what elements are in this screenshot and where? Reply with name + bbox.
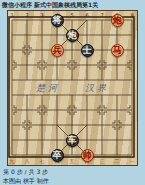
- column-label-bottom: 三: [97, 158, 107, 164]
- piece-black-cannon[interactable]: 炮: [66, 29, 79, 42]
- piece-red-horse[interactable]: 马: [111, 44, 124, 57]
- column-label-bottom: 一: [127, 158, 137, 164]
- piece-red-general[interactable]: 帅: [81, 149, 94, 162]
- piece-black-general[interactable]: 将: [51, 14, 64, 27]
- move-counter: 第 0 步 / 共 3 步: [3, 168, 48, 175]
- xiangqi-board[interactable]: 楚河 汉界 123456789 九八七六五四三二一 将炮炮兵士马车卒帅: [7, 10, 138, 166]
- piece-red-cannon[interactable]: 炮: [111, 14, 124, 27]
- column-label-top: 2: [22, 12, 32, 18]
- column-label-top: 1: [7, 12, 17, 18]
- piece-red-soldier[interactable]: 兵: [51, 44, 64, 57]
- column-label-bottom: 二: [112, 158, 122, 164]
- column-label-bottom: 八: [22, 158, 32, 164]
- river-text-left: 楚河: [36, 83, 60, 93]
- column-label-top: 6: [82, 12, 92, 18]
- piece-black-advisor[interactable]: 士: [81, 44, 94, 57]
- column-label-top: 3: [37, 12, 47, 18]
- river-text-right: 汉界: [85, 83, 109, 93]
- column-label-bottom: 五: [67, 158, 77, 164]
- column-label-top: 5: [67, 12, 77, 18]
- page-title: 微信小程序 新式中国象棋残局第1关: [2, 1, 98, 8]
- piece-black-soldier[interactable]: 卒: [51, 149, 64, 162]
- credit-text: 本图由 棋手 制作: [3, 177, 49, 184]
- column-label-bottom: 九: [7, 158, 17, 164]
- column-label-top: 9: [127, 12, 137, 18]
- column-label-top: 7: [97, 12, 107, 18]
- piece-black-chariot[interactable]: 车: [66, 134, 79, 147]
- column-label-bottom: 七: [37, 158, 47, 164]
